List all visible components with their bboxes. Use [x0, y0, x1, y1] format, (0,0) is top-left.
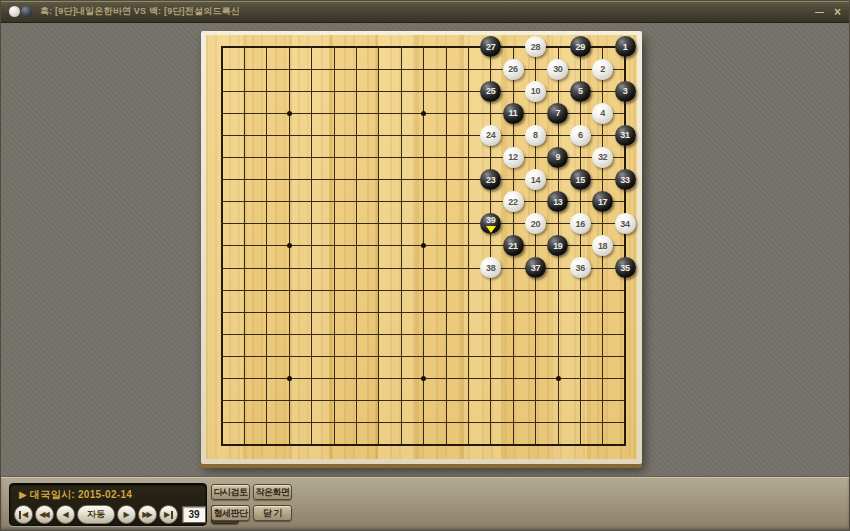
close-icon: ×: [834, 5, 841, 19]
stone-black-25: 25: [480, 81, 501, 102]
stone-white-22: 22: [503, 191, 524, 212]
move-number: 21: [508, 241, 517, 251]
move-number: 4: [600, 108, 605, 118]
move-number: 24: [486, 130, 495, 140]
move-number: 28: [531, 42, 540, 52]
nav-first-icon: ◀: [22, 510, 28, 519]
stone-white-26: 26: [503, 59, 524, 80]
move-number: 3: [623, 86, 628, 96]
bar-icon: [19, 511, 21, 519]
move-number: 14: [531, 175, 540, 185]
close-button[interactable]: ×: [834, 7, 841, 17]
stone-black-3: 3: [615, 81, 636, 102]
stone-white-6: 6: [570, 125, 591, 146]
move-number: 15: [576, 175, 585, 185]
move-number: 16: [576, 219, 585, 229]
move-number: 7: [555, 108, 560, 118]
black-stone-icon: [21, 6, 32, 17]
stone-black-5: 5: [570, 81, 591, 102]
last-move-marker: [486, 226, 496, 233]
stone-black-1: 1: [615, 36, 636, 57]
move-number: 34: [620, 219, 629, 229]
nav-prev-button[interactable]: ◀: [56, 505, 75, 524]
stone-white-36: 36: [570, 257, 591, 278]
stones-layer: 1234567891011121314151617181920212223242…: [211, 36, 636, 456]
stone-black-39: 39: [480, 213, 501, 234]
stone-black-7: 7: [547, 103, 568, 124]
go-board[interactable]: 1234567891011121314151617181920212223242…: [206, 35, 637, 459]
nav-prev-fast-button[interactable]: ◀◀: [35, 505, 54, 524]
move-number: 6: [578, 130, 583, 140]
main-area: 1234567891011121314151617181920212223242…: [1, 23, 849, 477]
stone-black-21: 21: [503, 235, 524, 256]
move-number: 23: [486, 175, 495, 185]
move-number: 13: [553, 197, 562, 207]
move-number: 10: [531, 86, 540, 96]
move-number: 17: [598, 197, 607, 207]
stone-black-37: 37: [525, 257, 546, 278]
nav-auto-button[interactable]: 자동: [77, 505, 115, 524]
move-number: 29: [576, 42, 585, 52]
move-number: 31: [620, 130, 629, 140]
move-number: 39: [486, 215, 495, 225]
move-number: 12: [508, 152, 517, 162]
move-number-input[interactable]: [182, 506, 206, 523]
stone-white-4: 4: [592, 103, 613, 124]
nav-prev-icon: ◀: [62, 510, 68, 519]
move-number: 2: [600, 64, 605, 74]
stone-white-8: 8: [525, 125, 546, 146]
close-game-button[interactable]: 닫 기: [253, 505, 292, 521]
move-number: 33: [620, 175, 629, 185]
stone-white-28: 28: [525, 36, 546, 57]
bar-icon: [171, 511, 173, 519]
move-number: 19: [553, 241, 562, 251]
move-number: 35: [620, 263, 629, 273]
nav-last-button[interactable]: ▶: [159, 505, 178, 524]
bottom-control-bar: ▶ 대국일시: 2015-02-14 ◀◀◀◀자동▶▶▶▶ GO 다시검토 작은…: [1, 477, 849, 530]
stone-black-23: 23: [480, 169, 501, 190]
move-number: 8: [533, 130, 538, 140]
board-frame: 1234567891011121314151617181920212223242…: [201, 31, 642, 464]
nav-next-fast-icon: ▶▶: [142, 510, 150, 519]
stone-white-12: 12: [503, 147, 524, 168]
stone-white-16: 16: [570, 213, 591, 234]
move-number: 37: [531, 263, 540, 273]
judge-position-button[interactable]: 형세판단: [211, 505, 250, 521]
stone-black-35: 35: [615, 257, 636, 278]
nav-next-icon: ▶: [123, 510, 129, 519]
small-screen-button[interactable]: 작은화면: [253, 484, 292, 500]
nav-button-row: ◀◀◀◀자동▶▶▶▶ GO: [14, 504, 239, 525]
stone-black-19: 19: [547, 235, 568, 256]
stone-black-13: 13: [547, 191, 568, 212]
move-number: 36: [576, 263, 585, 273]
stone-white-18: 18: [592, 235, 613, 256]
stone-black-31: 31: [615, 125, 636, 146]
move-number: 32: [598, 152, 607, 162]
stone-black-29: 29: [570, 36, 591, 57]
nav-auto-label: 자동: [87, 508, 105, 521]
move-number: 27: [486, 42, 495, 52]
move-number: 9: [555, 152, 560, 162]
nav-prev-fast-icon: ◀◀: [39, 510, 47, 519]
game-date-label: ▶ 대국일시: 2015-02-14: [19, 488, 132, 502]
stone-black-33: 33: [615, 169, 636, 190]
move-number: 1: [623, 42, 628, 52]
stone-white-30: 30: [547, 59, 568, 80]
stone-white-10: 10: [525, 81, 546, 102]
window-title: 흑: [9단]내일은한바연 VS 백: [9단]전설의드록신: [40, 5, 240, 18]
stone-black-27: 27: [480, 36, 501, 57]
move-number: 11: [509, 108, 518, 118]
stone-white-38: 38: [480, 257, 501, 278]
stone-white-20: 20: [525, 213, 546, 234]
nav-first-button[interactable]: ◀: [14, 505, 33, 524]
nav-next-fast-button[interactable]: ▶▶: [138, 505, 157, 524]
move-number: 20: [531, 219, 540, 229]
stone-white-2: 2: [592, 59, 613, 80]
move-number: 38: [486, 263, 495, 273]
stone-white-34: 34: [615, 213, 636, 234]
stone-black-11: 11: [503, 103, 524, 124]
move-number: 5: [578, 86, 583, 96]
nav-next-button[interactable]: ▶: [117, 505, 136, 524]
move-number: 30: [553, 64, 562, 74]
stone-white-14: 14: [525, 169, 546, 190]
minimize-button[interactable]: —: [815, 7, 824, 17]
minimize-icon: —: [815, 7, 824, 17]
game-info-panel: ▶ 대국일시: 2015-02-14 ◀◀◀◀자동▶▶▶▶ GO: [9, 483, 207, 526]
stone-black-17: 17: [592, 191, 613, 212]
app-window: 흑: [9단]내일은한바연 VS 백: [9단]전설의드록신 — × 12345…: [0, 0, 850, 531]
title-bar: 흑: [9단]내일은한바연 VS 백: [9단]전설의드록신 — ×: [1, 1, 849, 23]
stone-black-9: 9: [547, 147, 568, 168]
move-number: 22: [508, 197, 517, 207]
move-number: 26: [508, 64, 517, 74]
move-number: 25: [486, 86, 495, 96]
review-again-button[interactable]: 다시검토: [211, 484, 250, 500]
stone-white-24: 24: [480, 125, 501, 146]
stone-black-15: 15: [570, 169, 591, 190]
nav-last-icon: ▶: [164, 510, 170, 519]
move-number: 18: [598, 241, 607, 251]
stone-white-32: 32: [592, 147, 613, 168]
white-stone-icon: [9, 6, 20, 17]
